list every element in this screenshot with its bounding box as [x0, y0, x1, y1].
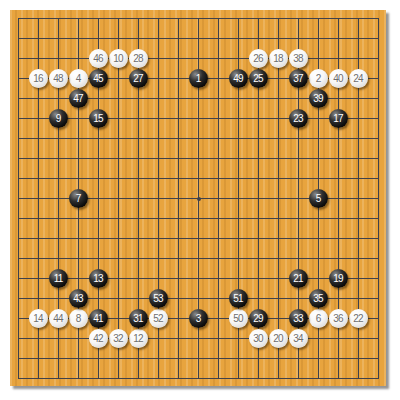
move-number: 49 — [233, 69, 243, 88]
grid-line-horizontal — [18, 358, 379, 359]
move-number: 34 — [293, 329, 303, 348]
stone-black: 45 — [89, 69, 108, 88]
stone-white: 36 — [329, 309, 348, 328]
stone-black: 41 — [89, 309, 108, 328]
star-point — [197, 197, 201, 201]
stone-black: 17 — [329, 109, 348, 128]
move-number: 39 — [313, 89, 323, 108]
move-number: 11 — [54, 269, 63, 288]
stone-black: 1 — [189, 69, 208, 88]
move-number: 29 — [253, 309, 263, 328]
stone-white: 52 — [149, 309, 168, 328]
stone-white: 42 — [89, 329, 108, 348]
move-number: 31 — [133, 309, 143, 328]
stone-white: 40 — [329, 69, 348, 88]
stone-black: 43 — [69, 289, 88, 308]
move-number: 13 — [93, 269, 103, 288]
stone-black: 37 — [289, 69, 308, 88]
move-number: 16 — [33, 69, 43, 88]
stone-white: 22 — [349, 309, 368, 328]
move-number: 28 — [133, 49, 143, 68]
stone-white: 30 — [249, 329, 268, 348]
move-number: 26 — [253, 49, 263, 68]
stone-white: 8 — [69, 309, 88, 328]
stone-black: 35 — [309, 289, 328, 308]
move-number: 27 — [133, 69, 143, 88]
stone-white: 2 — [309, 69, 328, 88]
grid-line-horizontal — [18, 238, 379, 239]
move-number: 44 — [53, 309, 63, 328]
move-number: 24 — [353, 69, 363, 88]
stone-black: 23 — [289, 109, 308, 128]
move-number: 21 — [293, 269, 303, 288]
move-number: 32 — [113, 329, 123, 348]
move-number: 18 — [273, 49, 283, 68]
stone-white: 48 — [49, 69, 68, 88]
move-number: 51 — [233, 289, 243, 308]
move-number: 7 — [76, 189, 81, 208]
move-number: 22 — [353, 309, 363, 328]
stone-black: 33 — [289, 309, 308, 328]
move-number: 4 — [76, 69, 81, 88]
move-number: 30 — [253, 329, 263, 348]
move-number: 36 — [333, 309, 343, 328]
stone-white: 24 — [349, 69, 368, 88]
stone-black: 47 — [69, 89, 88, 108]
grid-line-vertical — [218, 18, 219, 379]
move-number: 42 — [93, 329, 103, 348]
stone-white: 6 — [309, 309, 328, 328]
move-number: 45 — [93, 69, 103, 88]
stone-white: 4 — [69, 69, 88, 88]
stone-black: 51 — [229, 289, 248, 308]
move-number: 15 — [93, 109, 103, 128]
grid-line-horizontal — [18, 378, 379, 379]
move-number: 43 — [73, 289, 83, 308]
board-frame: 1234567891011121314151617181920212223242… — [0, 0, 400, 400]
stone-white: 26 — [249, 49, 268, 68]
move-number: 10 — [113, 49, 123, 68]
stone-white: 44 — [49, 309, 68, 328]
stone-black: 5 — [309, 189, 328, 208]
move-number: 46 — [93, 49, 103, 68]
move-number: 50 — [233, 309, 243, 328]
stone-black: 7 — [69, 189, 88, 208]
go-board[interactable]: 1234567891011121314151617181920212223242… — [10, 10, 386, 386]
move-number: 35 — [313, 289, 323, 308]
stone-white: 46 — [89, 49, 108, 68]
stone-black: 29 — [249, 309, 268, 328]
stone-white: 10 — [109, 49, 128, 68]
grid-line-horizontal — [18, 338, 379, 339]
move-number: 48 — [53, 69, 63, 88]
stone-white: 14 — [29, 309, 48, 328]
grid-line-horizontal — [18, 278, 379, 279]
move-number: 33 — [293, 309, 303, 328]
stone-black: 31 — [129, 309, 148, 328]
move-number: 3 — [196, 309, 201, 328]
stone-white: 12 — [129, 329, 148, 348]
move-number: 23 — [293, 109, 303, 128]
move-number: 25 — [253, 69, 263, 88]
stone-black: 27 — [129, 69, 148, 88]
grid-line-horizontal — [18, 218, 379, 219]
stone-black: 19 — [329, 269, 348, 288]
move-number: 47 — [73, 89, 83, 108]
stone-white: 50 — [229, 309, 248, 328]
move-number: 53 — [153, 289, 163, 308]
stone-black: 13 — [89, 269, 108, 288]
stone-white: 16 — [29, 69, 48, 88]
move-number: 41 — [93, 309, 103, 328]
stone-black: 21 — [289, 269, 308, 288]
stone-black: 25 — [249, 69, 268, 88]
stone-black: 11 — [49, 269, 68, 288]
move-number: 1 — [196, 69, 201, 88]
move-number: 5 — [316, 189, 321, 208]
grid-line-vertical — [378, 18, 379, 379]
stone-white: 32 — [109, 329, 128, 348]
stone-black: 49 — [229, 69, 248, 88]
move-number: 8 — [76, 309, 81, 328]
move-number: 2 — [316, 69, 321, 88]
stone-black: 15 — [89, 109, 108, 128]
stone-black: 53 — [149, 289, 168, 308]
stone-white: 20 — [269, 329, 288, 348]
stone-black: 3 — [189, 309, 208, 328]
move-number: 52 — [153, 309, 163, 328]
move-number: 14 — [33, 309, 43, 328]
move-number: 20 — [273, 329, 283, 348]
move-number: 38 — [293, 49, 303, 68]
grid-line-vertical — [278, 18, 279, 379]
move-number: 9 — [56, 109, 61, 128]
stone-black: 9 — [49, 109, 68, 128]
stone-white: 18 — [269, 49, 288, 68]
stone-white: 28 — [129, 49, 148, 68]
move-number: 12 — [133, 329, 143, 348]
move-number: 17 — [333, 109, 343, 128]
move-number: 19 — [333, 269, 343, 288]
move-number: 37 — [293, 69, 303, 88]
move-number: 6 — [316, 309, 321, 328]
move-number: 40 — [333, 69, 343, 88]
grid-line-horizontal — [18, 258, 379, 259]
stone-white: 34 — [289, 329, 308, 348]
stone-white: 38 — [289, 49, 308, 68]
stone-black: 39 — [309, 89, 328, 108]
